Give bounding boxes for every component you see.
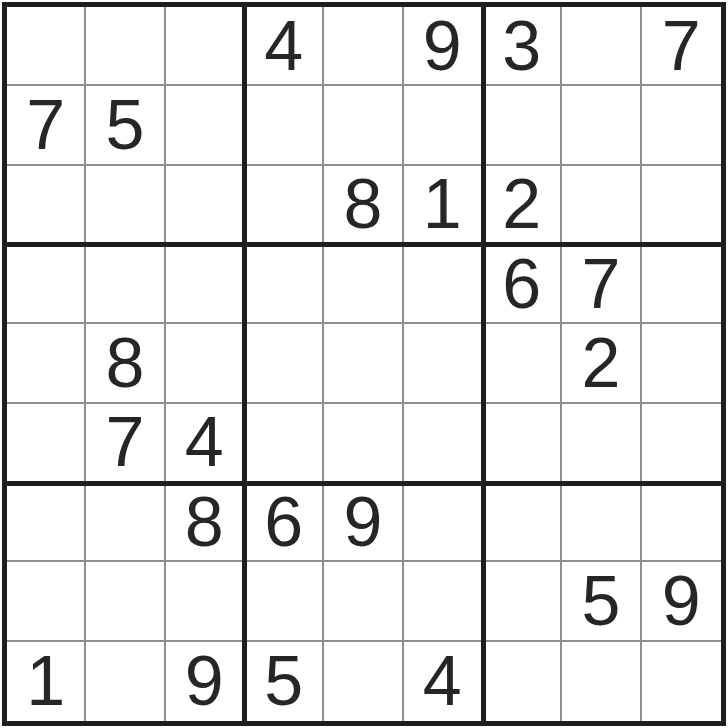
cell-r5c8[interactable]: 2: [562, 324, 641, 403]
cell-r2c3[interactable]: [166, 86, 245, 165]
cell-r7c7[interactable]: [483, 483, 562, 562]
cell-r1c9[interactable]: 7: [642, 7, 721, 86]
cell-r5c7[interactable]: [483, 324, 562, 403]
cell-r5c1[interactable]: [7, 324, 86, 403]
cell-r5c2[interactable]: 8: [86, 324, 165, 403]
cell-r4c4[interactable]: [245, 245, 324, 324]
cell-r1c7[interactable]: 3: [483, 7, 562, 86]
cell-r3c4[interactable]: [245, 166, 324, 245]
cell-r8c5[interactable]: [324, 562, 403, 641]
cell-r4c1[interactable]: [7, 245, 86, 324]
cell-r9c9[interactable]: [642, 642, 721, 721]
cell-r6c5[interactable]: [324, 404, 403, 483]
cell-r4c3[interactable]: [166, 245, 245, 324]
cell-r7c8[interactable]: [562, 483, 641, 562]
cell-r8c4[interactable]: [245, 562, 324, 641]
cell-r7c2[interactable]: [86, 483, 165, 562]
cell-r3c3[interactable]: [166, 166, 245, 245]
cell-r6c4[interactable]: [245, 404, 324, 483]
cell-r3c2[interactable]: [86, 166, 165, 245]
cell-r1c3[interactable]: [166, 7, 245, 86]
cell-r7c1[interactable]: [7, 483, 86, 562]
cell-r5c9[interactable]: [642, 324, 721, 403]
cell-r7c9[interactable]: [642, 483, 721, 562]
cell-r4c6[interactable]: [404, 245, 483, 324]
cell-r6c2[interactable]: 7: [86, 404, 165, 483]
cell-r6c1[interactable]: [7, 404, 86, 483]
cell-r4c7[interactable]: 6: [483, 245, 562, 324]
cell-r5c4[interactable]: [245, 324, 324, 403]
cell-r3c7[interactable]: 2: [483, 166, 562, 245]
cell-r9c5[interactable]: [324, 642, 403, 721]
cell-r3c1[interactable]: [7, 166, 86, 245]
cell-r8c9[interactable]: 9: [642, 562, 721, 641]
cell-r2c9[interactable]: [642, 86, 721, 165]
cell-r5c6[interactable]: [404, 324, 483, 403]
cell-r3c5[interactable]: 8: [324, 166, 403, 245]
cell-r7c3[interactable]: 8: [166, 483, 245, 562]
cell-r6c8[interactable]: [562, 404, 641, 483]
sudoku-board: 493775812678274869591954: [2, 2, 726, 726]
cell-r9c8[interactable]: [562, 642, 641, 721]
cell-r2c7[interactable]: [483, 86, 562, 165]
cell-r3c8[interactable]: [562, 166, 641, 245]
cell-r4c2[interactable]: [86, 245, 165, 324]
cell-r6c9[interactable]: [642, 404, 721, 483]
cell-r8c6[interactable]: [404, 562, 483, 641]
cell-r9c6[interactable]: 4: [404, 642, 483, 721]
cell-r9c1[interactable]: 1: [7, 642, 86, 721]
cell-r6c6[interactable]: [404, 404, 483, 483]
box-border-horizontal-1: [7, 242, 721, 247]
cell-r2c8[interactable]: [562, 86, 641, 165]
cell-r9c7[interactable]: [483, 642, 562, 721]
cell-r2c6[interactable]: [404, 86, 483, 165]
cell-r4c8[interactable]: 7: [562, 245, 641, 324]
cell-r1c6[interactable]: 9: [404, 7, 483, 86]
cell-r1c8[interactable]: [562, 7, 641, 86]
cell-r2c2[interactable]: 5: [86, 86, 165, 165]
cell-grid: 493775812678274869591954: [7, 7, 721, 721]
box-border-horizontal-2: [7, 481, 721, 486]
cell-r7c6[interactable]: [404, 483, 483, 562]
cell-r2c4[interactable]: [245, 86, 324, 165]
cell-r3c9[interactable]: [642, 166, 721, 245]
cell-r8c1[interactable]: [7, 562, 86, 641]
cell-r1c5[interactable]: [324, 7, 403, 86]
cell-r1c4[interactable]: 4: [245, 7, 324, 86]
cell-r1c1[interactable]: [7, 7, 86, 86]
cell-r6c3[interactable]: 4: [166, 404, 245, 483]
box-border-vertical-2: [481, 7, 486, 721]
cell-r3c6[interactable]: 1: [404, 166, 483, 245]
cell-r5c5[interactable]: [324, 324, 403, 403]
cell-r9c2[interactable]: [86, 642, 165, 721]
cell-r7c5[interactable]: 9: [324, 483, 403, 562]
cell-r2c1[interactable]: 7: [7, 86, 86, 165]
cell-r8c8[interactable]: 5: [562, 562, 641, 641]
cell-r6c7[interactable]: [483, 404, 562, 483]
cell-r8c7[interactable]: [483, 562, 562, 641]
sudoku-puzzle: 493775812678274869591954: [0, 0, 728, 728]
cell-r8c3[interactable]: [166, 562, 245, 641]
cell-r2c5[interactable]: [324, 86, 403, 165]
cell-r9c3[interactable]: 9: [166, 642, 245, 721]
cell-r8c2[interactable]: [86, 562, 165, 641]
cell-r5c3[interactable]: [166, 324, 245, 403]
cell-r4c5[interactable]: [324, 245, 403, 324]
cell-r1c2[interactable]: [86, 7, 165, 86]
box-border-vertical-1: [242, 7, 247, 721]
cell-r9c4[interactable]: 5: [245, 642, 324, 721]
cell-r4c9[interactable]: [642, 245, 721, 324]
cell-r7c4[interactable]: 6: [245, 483, 324, 562]
